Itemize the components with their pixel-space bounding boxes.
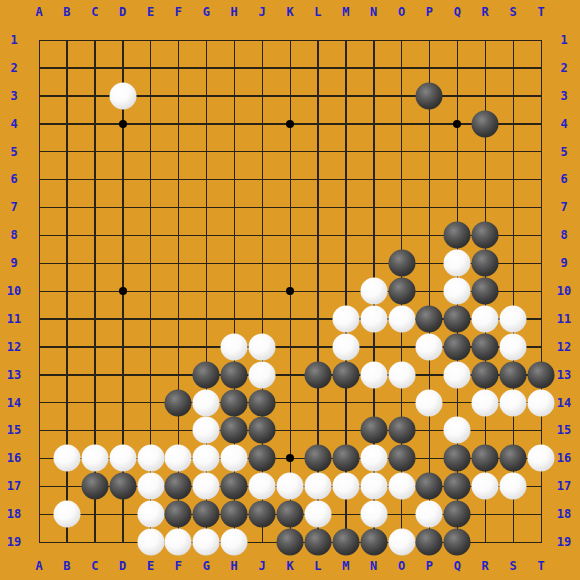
stone-white[interactable] [221, 445, 248, 472]
row-label-left: 18 [7, 507, 21, 521]
stone-white[interactable] [500, 333, 527, 360]
col-label-bottom: S [510, 559, 517, 573]
star-point [286, 120, 294, 128]
stone-white[interactable] [332, 333, 359, 360]
col-label-top: B [63, 5, 70, 19]
row-label-right: 19 [557, 535, 571, 549]
col-label-top: N [370, 5, 377, 19]
stone-black[interactable] [304, 529, 331, 556]
stone-black[interactable] [416, 473, 443, 500]
col-label-bottom: H [231, 559, 238, 573]
stone-black[interactable] [444, 529, 471, 556]
stone-black[interactable] [165, 389, 192, 416]
stone-black[interactable] [221, 473, 248, 500]
stone-black[interactable] [444, 333, 471, 360]
stone-white[interactable] [193, 389, 220, 416]
stone-black[interactable] [193, 361, 220, 388]
stone-white[interactable] [165, 529, 192, 556]
row-label-left: 9 [10, 256, 17, 270]
stone-white[interactable] [472, 473, 499, 500]
stone-white[interactable] [249, 361, 276, 388]
stone-black[interactable] [221, 361, 248, 388]
row-label-left: 7 [10, 200, 17, 214]
row-label-right: 15 [557, 423, 571, 437]
row-label-right: 11 [557, 312, 571, 326]
col-label-bottom: B [63, 559, 70, 573]
stone-black[interactable] [500, 445, 527, 472]
stone-black[interactable] [388, 417, 415, 444]
stone-black[interactable] [249, 501, 276, 528]
stone-white[interactable] [388, 305, 415, 332]
stone-white[interactable] [360, 305, 387, 332]
row-label-right: 6 [560, 172, 567, 186]
stone-white[interactable] [528, 389, 555, 416]
row-label-left: 6 [10, 172, 17, 186]
stone-black[interactable] [221, 501, 248, 528]
col-label-top: S [510, 5, 517, 19]
col-label-top: K [286, 5, 293, 19]
stone-white[interactable] [137, 529, 164, 556]
row-label-right: 12 [557, 340, 571, 354]
col-label-bottom: L [314, 559, 321, 573]
stone-white[interactable] [416, 501, 443, 528]
col-label-bottom: A [35, 559, 42, 573]
row-label-right: 7 [560, 200, 567, 214]
col-label-bottom: E [147, 559, 154, 573]
stone-black[interactable] [388, 250, 415, 277]
row-label-left: 19 [7, 535, 21, 549]
col-label-bottom: F [175, 559, 182, 573]
stone-white[interactable] [528, 445, 555, 472]
col-label-bottom: T [537, 559, 544, 573]
row-label-left: 3 [10, 89, 17, 103]
stone-black[interactable] [193, 501, 220, 528]
stone-white[interactable] [193, 529, 220, 556]
stone-white[interactable] [109, 82, 136, 109]
star-point [119, 120, 127, 128]
stone-white[interactable] [388, 361, 415, 388]
col-label-top: F [175, 5, 182, 19]
row-label-left: 2 [10, 61, 17, 75]
stone-white[interactable] [360, 445, 387, 472]
stone-white[interactable] [416, 389, 443, 416]
col-label-top: E [147, 5, 154, 19]
col-label-bottom: M [342, 559, 349, 573]
stone-black[interactable] [472, 361, 499, 388]
col-label-top: G [203, 5, 210, 19]
row-label-left: 8 [10, 228, 17, 242]
stone-black[interactable] [528, 361, 555, 388]
stone-black[interactable] [444, 501, 471, 528]
stone-white[interactable] [388, 473, 415, 500]
stone-black[interactable] [472, 222, 499, 249]
stone-black[interactable] [332, 529, 359, 556]
row-label-right: 14 [557, 396, 571, 410]
stone-white[interactable] [388, 529, 415, 556]
stone-black[interactable] [249, 389, 276, 416]
stone-black[interactable] [444, 473, 471, 500]
stone-black[interactable] [444, 222, 471, 249]
row-label-left: 12 [7, 340, 21, 354]
stone-white[interactable] [360, 278, 387, 305]
stone-black[interactable] [304, 361, 331, 388]
star-point [286, 287, 294, 295]
stone-black[interactable] [416, 529, 443, 556]
stone-black[interactable] [444, 305, 471, 332]
stone-white[interactable] [165, 445, 192, 472]
col-label-top: D [119, 5, 126, 19]
col-label-bottom: C [91, 559, 98, 573]
stone-white[interactable] [304, 473, 331, 500]
star-point [119, 287, 127, 295]
grid-line-v [429, 40, 430, 543]
col-label-top: Q [454, 5, 461, 19]
stone-white[interactable] [472, 305, 499, 332]
stone-black[interactable] [249, 445, 276, 472]
stone-black[interactable] [332, 445, 359, 472]
grid-line-v [39, 40, 40, 543]
row-label-left: 14 [7, 396, 21, 410]
stone-black[interactable] [444, 445, 471, 472]
row-label-right: 10 [557, 284, 571, 298]
stone-black[interactable] [388, 278, 415, 305]
col-label-top: T [537, 5, 544, 19]
stone-black[interactable] [109, 473, 136, 500]
stone-white[interactable] [249, 333, 276, 360]
stone-white[interactable] [360, 361, 387, 388]
row-label-right: 13 [557, 368, 571, 382]
stone-white[interactable] [193, 473, 220, 500]
stone-white[interactable] [360, 501, 387, 528]
stone-white[interactable] [500, 389, 527, 416]
row-label-right: 9 [560, 256, 567, 270]
stone-black[interactable] [472, 110, 499, 137]
stone-black[interactable] [360, 529, 387, 556]
stone-white[interactable] [137, 445, 164, 472]
stone-black[interactable] [500, 361, 527, 388]
row-label-right: 1 [560, 33, 567, 47]
star-point [453, 120, 461, 128]
row-label-left: 4 [10, 117, 17, 131]
row-label-left: 15 [7, 423, 21, 437]
row-label-left: 13 [7, 368, 21, 382]
stone-white[interactable] [416, 333, 443, 360]
stone-black[interactable] [472, 445, 499, 472]
stone-white[interactable] [221, 529, 248, 556]
col-label-bottom: Q [454, 559, 461, 573]
stone-white[interactable] [444, 361, 471, 388]
stone-white[interactable] [444, 250, 471, 277]
stone-black[interactable] [81, 473, 108, 500]
stone-black[interactable] [165, 501, 192, 528]
stone-black[interactable] [221, 417, 248, 444]
stone-black[interactable] [304, 445, 331, 472]
stone-white[interactable] [360, 473, 387, 500]
col-label-top: M [342, 5, 349, 19]
stone-white[interactable] [81, 445, 108, 472]
col-label-bottom: D [119, 559, 126, 573]
row-label-right: 17 [557, 479, 571, 493]
stone-black[interactable] [165, 473, 192, 500]
stone-white[interactable] [304, 501, 331, 528]
stone-white[interactable] [332, 305, 359, 332]
stone-white[interactable] [137, 501, 164, 528]
stone-black[interactable] [277, 501, 304, 528]
row-label-left: 17 [7, 479, 21, 493]
row-label-left: 11 [7, 312, 21, 326]
stone-white[interactable] [444, 278, 471, 305]
stone-white[interactable] [109, 445, 136, 472]
stone-black[interactable] [472, 278, 499, 305]
col-label-top: O [398, 5, 405, 19]
col-label-bottom: P [426, 559, 433, 573]
col-label-top: P [426, 5, 433, 19]
col-label-bottom: N [370, 559, 377, 573]
col-label-bottom: G [203, 559, 210, 573]
stone-white[interactable] [249, 473, 276, 500]
stone-black[interactable] [388, 445, 415, 472]
row-label-right: 2 [560, 61, 567, 75]
stone-white[interactable] [221, 333, 248, 360]
col-label-bottom: R [482, 559, 489, 573]
col-label-bottom: K [286, 559, 293, 573]
stone-white[interactable] [53, 501, 80, 528]
star-point [286, 454, 294, 462]
row-label-right: 4 [560, 117, 567, 131]
col-label-bottom: O [398, 559, 405, 573]
col-label-top: R [482, 5, 489, 19]
stone-white[interactable] [193, 445, 220, 472]
go-board[interactable]: AABBCCDDEEFFGGHHJJKKLLMMNNOOPPQQRRSSTT11… [0, 0, 580, 580]
stone-black[interactable] [416, 82, 443, 109]
stone-black[interactable] [416, 305, 443, 332]
col-label-bottom: J [258, 559, 265, 573]
stone-black[interactable] [360, 417, 387, 444]
stone-white[interactable] [472, 389, 499, 416]
stone-white[interactable] [277, 473, 304, 500]
stone-white[interactable] [444, 417, 471, 444]
col-label-top: J [258, 5, 265, 19]
col-label-top: A [35, 5, 42, 19]
col-label-top: L [314, 5, 321, 19]
stone-black[interactable] [472, 333, 499, 360]
col-label-top: C [91, 5, 98, 19]
row-label-left: 1 [10, 33, 17, 47]
row-label-right: 3 [560, 89, 567, 103]
stone-white[interactable] [500, 473, 527, 500]
stone-white[interactable] [500, 305, 527, 332]
stone-white[interactable] [193, 417, 220, 444]
row-label-right: 5 [560, 145, 567, 159]
stone-black[interactable] [277, 529, 304, 556]
stone-white[interactable] [137, 473, 164, 500]
stone-white[interactable] [332, 473, 359, 500]
stone-white[interactable] [53, 445, 80, 472]
row-label-right: 8 [560, 228, 567, 242]
row-label-right: 16 [557, 451, 571, 465]
row-label-left: 5 [10, 145, 17, 159]
stone-black[interactable] [332, 361, 359, 388]
stone-black[interactable] [221, 389, 248, 416]
col-label-top: H [231, 5, 238, 19]
row-label-left: 16 [7, 451, 21, 465]
stone-black[interactable] [472, 250, 499, 277]
row-label-left: 10 [7, 284, 21, 298]
row-label-right: 18 [557, 507, 571, 521]
stone-black[interactable] [249, 417, 276, 444]
